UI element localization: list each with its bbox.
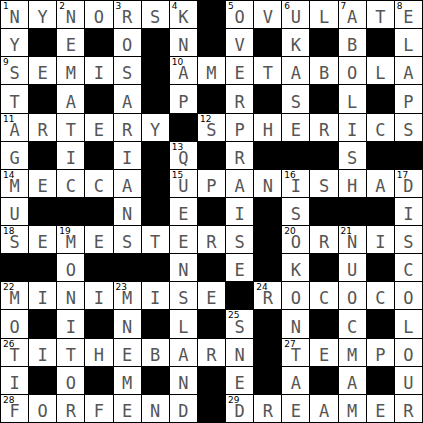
- letter-cell[interactable]: S: [395, 114, 423, 142]
- letter-cell[interactable]: T: [57, 339, 85, 367]
- letter-cell[interactable]: E: [114, 339, 142, 367]
- letter-cell[interactable]: T: [1, 85, 29, 113]
- cell-letter: N: [114, 319, 141, 336]
- letter-cell[interactable]: G: [1, 142, 29, 170]
- letter-cell[interactable]: A: [310, 395, 338, 423]
- black-cell: [254, 254, 282, 282]
- letter-cell[interactable]: R: [198, 226, 226, 254]
- cell-letter: N: [142, 403, 169, 420]
- letter-cell[interactable]: A: [170, 339, 198, 367]
- black-cell: [29, 367, 57, 395]
- cell-letter: R: [114, 9, 141, 26]
- cell-letter: Y: [142, 122, 169, 139]
- letter-cell[interactable]: D: [170, 395, 198, 423]
- letter-cell[interactable]: 10A: [170, 57, 198, 85]
- cell-letter: L: [395, 37, 422, 54]
- cell-letter: N: [170, 375, 197, 392]
- cell-letter: E: [85, 122, 112, 139]
- black-cell: [198, 254, 226, 282]
- letter-cell[interactable]: 8E: [395, 1, 423, 29]
- cell-letter: R: [226, 150, 253, 167]
- crossword-grid: 1NY2NO3RS4K5OV6UL7AT8EYEONVKBL9SEMIS10AM…: [0, 0, 423, 423]
- black-cell: [226, 282, 254, 310]
- cell-letter: P: [367, 347, 394, 364]
- letter-cell[interactable]: R: [198, 339, 226, 367]
- black-cell: [367, 29, 395, 57]
- letter-cell[interactable]: E: [29, 170, 57, 198]
- cell-letter: U: [1, 206, 28, 223]
- letter-cell[interactable]: I: [29, 339, 57, 367]
- letter-cell[interactable]: I: [226, 198, 254, 226]
- cell-letter: R: [310, 234, 337, 251]
- letter-cell[interactable]: H: [254, 114, 282, 142]
- cell-letter: A: [367, 178, 394, 195]
- letter-cell[interactable]: 14M: [1, 170, 29, 198]
- letter-cell[interactable]: E: [310, 339, 338, 367]
- letter-cell[interactable]: N: [170, 367, 198, 395]
- letter-cell[interactable]: I: [57, 310, 85, 338]
- cell-letter: O: [395, 347, 422, 364]
- cell-letter: D: [170, 403, 197, 420]
- black-cell: [367, 310, 395, 338]
- letter-cell[interactable]: C: [57, 170, 85, 198]
- letter-cell[interactable]: 26T: [1, 339, 29, 367]
- letter-cell[interactable]: N: [57, 282, 85, 310]
- cell-letter: O: [1, 319, 28, 336]
- cell-letter: N: [114, 206, 141, 223]
- cell-letter: U: [282, 9, 309, 26]
- cell-letter: P: [198, 178, 225, 195]
- letter-cell[interactable]: S: [339, 142, 367, 170]
- cell-letter: R: [198, 347, 225, 364]
- letter-cell[interactable]: O: [282, 282, 310, 310]
- cell-letter: O: [57, 375, 84, 392]
- cell-letter: S: [1, 65, 28, 82]
- cell-letter: I: [85, 290, 112, 307]
- letter-cell[interactable]: T: [57, 114, 85, 142]
- letter-cell[interactable]: M: [114, 367, 142, 395]
- black-cell: [339, 198, 367, 226]
- letter-cell[interactable]: F: [85, 395, 113, 423]
- cell-letter: O: [282, 234, 309, 251]
- letter-cell[interactable]: A: [114, 170, 142, 198]
- letter-cell[interactable]: N: [254, 170, 282, 198]
- letter-cell[interactable]: 19M: [57, 226, 85, 254]
- letter-cell[interactable]: M: [339, 339, 367, 367]
- letter-cell[interactable]: E: [57, 29, 85, 57]
- letter-cell[interactable]: Y: [29, 1, 57, 29]
- letter-cell[interactable]: A: [226, 170, 254, 198]
- letter-cell[interactable]: R: [310, 114, 338, 142]
- black-cell: [254, 367, 282, 395]
- letter-cell[interactable]: Y: [1, 29, 29, 57]
- letter-cell[interactable]: S: [282, 198, 310, 226]
- black-cell: [1, 254, 29, 282]
- cell-letter: L: [395, 319, 422, 336]
- cell-letter: L: [367, 65, 394, 82]
- letter-cell[interactable]: M: [198, 57, 226, 85]
- cell-letter: I: [142, 290, 169, 307]
- letter-cell[interactable]: E: [198, 282, 226, 310]
- cell-letter: E: [198, 290, 225, 307]
- letter-cell[interactable]: 11A: [1, 114, 29, 142]
- letter-cell[interactable]: R: [226, 85, 254, 113]
- cell-letter: P: [226, 122, 253, 139]
- cell-letter: T: [367, 9, 394, 26]
- cell-letter: R: [254, 290, 281, 307]
- cell-letter: R: [57, 403, 84, 420]
- black-cell: [367, 367, 395, 395]
- letter-cell[interactable]: O: [57, 367, 85, 395]
- cell-letter: O: [85, 9, 112, 26]
- letter-cell[interactable]: L: [310, 1, 338, 29]
- letter-cell[interactable]: I: [395, 198, 423, 226]
- black-cell: [85, 198, 113, 226]
- letter-cell[interactable]: 1N: [1, 1, 29, 29]
- black-cell: [170, 114, 198, 142]
- cell-letter: F: [1, 403, 28, 420]
- cell-letter: S: [198, 122, 225, 139]
- cell-letter: F: [85, 403, 112, 420]
- letter-cell[interactable]: 15U: [170, 170, 198, 198]
- letter-cell[interactable]: 7A: [339, 1, 367, 29]
- black-cell: [254, 85, 282, 113]
- letter-cell[interactable]: B: [310, 57, 338, 85]
- cell-letter: K: [282, 262, 309, 279]
- black-cell: [198, 85, 226, 113]
- letter-cell[interactable]: C: [310, 282, 338, 310]
- letter-cell[interactable]: A: [114, 85, 142, 113]
- black-cell: [310, 142, 338, 170]
- letter-cell[interactable]: C: [367, 282, 395, 310]
- black-cell: [85, 367, 113, 395]
- letter-cell[interactable]: L: [395, 310, 423, 338]
- letter-cell[interactable]: S: [114, 226, 142, 254]
- cell-letter: E: [282, 122, 309, 139]
- cell-letter: I: [339, 122, 366, 139]
- letter-cell[interactable]: U: [395, 367, 423, 395]
- letter-cell[interactable]: N: [142, 395, 170, 423]
- letter-cell[interactable]: R: [310, 226, 338, 254]
- letter-cell[interactable]: T: [142, 226, 170, 254]
- letter-cell[interactable]: B: [339, 29, 367, 57]
- letter-cell[interactable]: R: [57, 395, 85, 423]
- letter-cell[interactable]: E: [114, 395, 142, 423]
- letter-cell[interactable]: 12S: [198, 114, 226, 142]
- letter-cell[interactable]: S: [395, 226, 423, 254]
- letter-cell[interactable]: A: [282, 57, 310, 85]
- letter-cell[interactable]: I: [142, 282, 170, 310]
- letter-cell[interactable]: N: [282, 310, 310, 338]
- letter-cell[interactable]: I: [57, 142, 85, 170]
- letter-cell[interactable]: O: [339, 282, 367, 310]
- cell-letter: M: [339, 403, 366, 420]
- cell-letter: A: [395, 65, 422, 82]
- black-cell: [367, 85, 395, 113]
- letter-cell[interactable]: U: [1, 198, 29, 226]
- black-cell: [395, 142, 423, 170]
- letter-cell[interactable]: 16I: [282, 170, 310, 198]
- letter-cell[interactable]: C: [339, 310, 367, 338]
- cell-letter: E: [29, 178, 56, 195]
- black-cell: [142, 170, 170, 198]
- letter-cell[interactable]: S: [142, 1, 170, 29]
- letter-cell[interactable]: A: [57, 85, 85, 113]
- cell-letter: B: [142, 347, 169, 364]
- letter-cell[interactable]: O: [339, 57, 367, 85]
- cell-letter: U: [395, 375, 422, 392]
- cell-letter: N: [226, 347, 253, 364]
- cell-letter: O: [29, 403, 56, 420]
- cell-letter: I: [29, 347, 56, 364]
- cell-letter: A: [114, 94, 141, 111]
- cell-letter: A: [57, 94, 84, 111]
- cell-letter: R: [395, 403, 422, 420]
- letter-cell[interactable]: L: [170, 310, 198, 338]
- letter-cell[interactable]: H: [85, 339, 113, 367]
- letter-cell[interactable]: N: [170, 29, 198, 57]
- letter-cell[interactable]: E: [367, 395, 395, 423]
- letter-cell[interactable]: S: [170, 282, 198, 310]
- letter-cell[interactable]: R: [29, 114, 57, 142]
- black-cell: [85, 85, 113, 113]
- cell-letter: M: [1, 178, 28, 195]
- cell-letter: S: [226, 319, 253, 336]
- black-cell: [29, 85, 57, 113]
- letter-cell[interactable]: R: [395, 395, 423, 423]
- letter-cell[interactable]: I: [85, 57, 113, 85]
- letter-cell[interactable]: A: [395, 57, 423, 85]
- letter-cell[interactable]: 13Q: [170, 142, 198, 170]
- letter-cell[interactable]: 24R: [254, 282, 282, 310]
- cell-letter: N: [339, 234, 366, 251]
- letter-cell[interactable]: S: [114, 57, 142, 85]
- letter-cell[interactable]: I: [367, 226, 395, 254]
- letter-cell[interactable]: C: [395, 254, 423, 282]
- letter-cell[interactable]: C: [85, 170, 113, 198]
- letter-cell[interactable]: 22M: [1, 282, 29, 310]
- cell-letter: G: [1, 150, 28, 167]
- cell-letter: E: [29, 65, 56, 82]
- letter-cell[interactable]: 21N: [339, 226, 367, 254]
- cell-letter: T: [142, 234, 169, 251]
- cell-letter: E: [170, 234, 197, 251]
- letter-cell[interactable]: E: [282, 395, 310, 423]
- cell-letter: A: [226, 178, 253, 195]
- black-cell: [198, 29, 226, 57]
- letter-cell[interactable]: B: [142, 339, 170, 367]
- letter-cell[interactable]: 25S: [226, 310, 254, 338]
- cell-letter: R: [29, 122, 56, 139]
- cell-letter: C: [310, 290, 337, 307]
- cell-letter: D: [395, 178, 422, 195]
- letter-cell[interactable]: E: [29, 226, 57, 254]
- letter-cell[interactable]: Y: [142, 114, 170, 142]
- black-cell: [254, 339, 282, 367]
- cell-letter: T: [1, 94, 28, 111]
- cell-letter: I: [57, 150, 84, 167]
- letter-cell[interactable]: E: [170, 198, 198, 226]
- letter-cell[interactable]: E: [29, 57, 57, 85]
- black-cell: [367, 254, 395, 282]
- cell-letter: P: [170, 94, 197, 111]
- cell-letter: I: [85, 65, 112, 82]
- letter-cell[interactable]: N: [170, 254, 198, 282]
- letter-cell[interactable]: S: [226, 226, 254, 254]
- letter-cell[interactable]: I: [339, 114, 367, 142]
- letter-cell[interactable]: E: [85, 226, 113, 254]
- cell-letter: O: [57, 262, 84, 279]
- black-cell: [142, 29, 170, 57]
- cell-letter: I: [29, 290, 56, 307]
- letter-cell[interactable]: M: [339, 395, 367, 423]
- cell-letter: A: [170, 347, 197, 364]
- black-cell: [310, 29, 338, 57]
- black-cell: [310, 254, 338, 282]
- letter-cell[interactable]: 3R: [114, 1, 142, 29]
- letter-cell[interactable]: L: [395, 29, 423, 57]
- letter-cell[interactable]: O: [395, 282, 423, 310]
- letter-cell[interactable]: U: [339, 254, 367, 282]
- letter-cell[interactable]: L: [367, 57, 395, 85]
- letter-cell[interactable]: P: [367, 339, 395, 367]
- black-cell: [142, 254, 170, 282]
- letter-cell[interactable]: 28F: [1, 395, 29, 423]
- letter-cell[interactable]: T: [367, 1, 395, 29]
- cell-letter: R: [198, 234, 225, 251]
- cell-letter: M: [114, 290, 141, 307]
- letter-cell[interactable]: 5O: [226, 1, 254, 29]
- cell-letter: E: [310, 347, 337, 364]
- letter-cell[interactable]: 2N: [57, 1, 85, 29]
- letter-cell[interactable]: H: [339, 170, 367, 198]
- black-cell: [367, 198, 395, 226]
- cell-letter: S: [170, 290, 197, 307]
- cell-letter: B: [339, 37, 366, 54]
- letter-cell[interactable]: V: [254, 1, 282, 29]
- black-cell: [85, 310, 113, 338]
- cell-letter: E: [226, 262, 253, 279]
- letter-cell[interactable]: P: [226, 114, 254, 142]
- letter-cell[interactable]: A: [367, 170, 395, 198]
- letter-cell[interactable]: 23M: [114, 282, 142, 310]
- letter-cell[interactable]: E: [282, 114, 310, 142]
- letter-cell[interactable]: P: [198, 170, 226, 198]
- letter-cell[interactable]: 6U: [282, 1, 310, 29]
- letter-cell[interactable]: E: [226, 57, 254, 85]
- letter-cell[interactable]: 20O: [282, 226, 310, 254]
- letter-cell[interactable]: 17D: [395, 170, 423, 198]
- black-cell: [198, 395, 226, 423]
- cell-letter: B: [310, 65, 337, 82]
- cell-letter: E: [226, 65, 253, 82]
- black-cell: [198, 310, 226, 338]
- cell-letter: S: [226, 234, 253, 251]
- letter-cell[interactable]: I: [85, 282, 113, 310]
- black-cell: [254, 29, 282, 57]
- cell-letter: M: [114, 375, 141, 392]
- letter-cell[interactable]: O: [85, 1, 113, 29]
- cell-letter: C: [339, 319, 366, 336]
- letter-cell[interactable]: E: [170, 226, 198, 254]
- letter-cell[interactable]: P: [395, 85, 423, 113]
- cell-letter: M: [57, 234, 84, 251]
- cell-letter: A: [282, 65, 309, 82]
- letter-cell[interactable]: R: [226, 142, 254, 170]
- letter-cell[interactable]: V: [226, 29, 254, 57]
- letter-cell[interactable]: T: [254, 57, 282, 85]
- letter-cell[interactable]: N: [114, 198, 142, 226]
- letter-cell[interactable]: E: [226, 254, 254, 282]
- cell-letter: S: [282, 94, 309, 111]
- cell-letter: I: [57, 319, 84, 336]
- letter-cell[interactable]: R: [114, 114, 142, 142]
- letter-cell[interactable]: S: [310, 170, 338, 198]
- letter-cell[interactable]: I: [29, 282, 57, 310]
- cell-letter: A: [1, 122, 28, 139]
- letter-cell[interactable]: M: [57, 57, 85, 85]
- letter-cell[interactable]: O: [1, 310, 29, 338]
- black-cell: [85, 142, 113, 170]
- cell-letter: Y: [1, 37, 28, 54]
- black-cell: [310, 367, 338, 395]
- cell-letter: H: [339, 178, 366, 195]
- letter-cell[interactable]: C: [367, 114, 395, 142]
- black-cell: [198, 1, 226, 29]
- letter-cell[interactable]: I: [1, 367, 29, 395]
- letter-cell[interactable]: K: [282, 29, 310, 57]
- letter-cell[interactable]: K: [282, 254, 310, 282]
- letter-cell[interactable]: O: [29, 395, 57, 423]
- cell-letter: O: [339, 290, 366, 307]
- cell-letter: I: [1, 375, 28, 392]
- black-cell: [310, 198, 338, 226]
- cell-letter: O: [226, 9, 253, 26]
- letter-cell[interactable]: L: [339, 85, 367, 113]
- letter-cell[interactable]: O: [57, 254, 85, 282]
- letter-cell[interactable]: 27T: [282, 339, 310, 367]
- cell-letter: A: [170, 65, 197, 82]
- cell-letter: M: [1, 290, 28, 307]
- letter-cell[interactable]: 18S: [1, 226, 29, 254]
- letter-cell[interactable]: P: [170, 85, 198, 113]
- letter-cell[interactable]: O: [114, 29, 142, 57]
- cell-letter: E: [395, 9, 422, 26]
- letter-cell[interactable]: R: [254, 395, 282, 423]
- cell-letter: U: [339, 262, 366, 279]
- letter-cell[interactable]: S: [282, 85, 310, 113]
- letter-cell[interactable]: I: [114, 142, 142, 170]
- cell-letter: N: [170, 262, 197, 279]
- letter-cell[interactable]: 29D: [226, 395, 254, 423]
- letter-cell[interactable]: E: [226, 367, 254, 395]
- letter-cell[interactable]: O: [395, 339, 423, 367]
- cell-letter: E: [114, 403, 141, 420]
- cell-letter: A: [310, 403, 337, 420]
- black-cell: [282, 142, 310, 170]
- cell-letter: M: [339, 347, 366, 364]
- cell-letter: H: [254, 122, 281, 139]
- letter-cell[interactable]: N: [114, 310, 142, 338]
- black-cell: [29, 254, 57, 282]
- letter-cell[interactable]: N: [226, 339, 254, 367]
- cell-letter: O: [339, 65, 366, 82]
- letter-cell[interactable]: 9S: [1, 57, 29, 85]
- letter-cell[interactable]: A: [282, 367, 310, 395]
- letter-cell[interactable]: A: [339, 367, 367, 395]
- letter-cell[interactable]: E: [85, 114, 113, 142]
- letter-cell[interactable]: 4K: [170, 1, 198, 29]
